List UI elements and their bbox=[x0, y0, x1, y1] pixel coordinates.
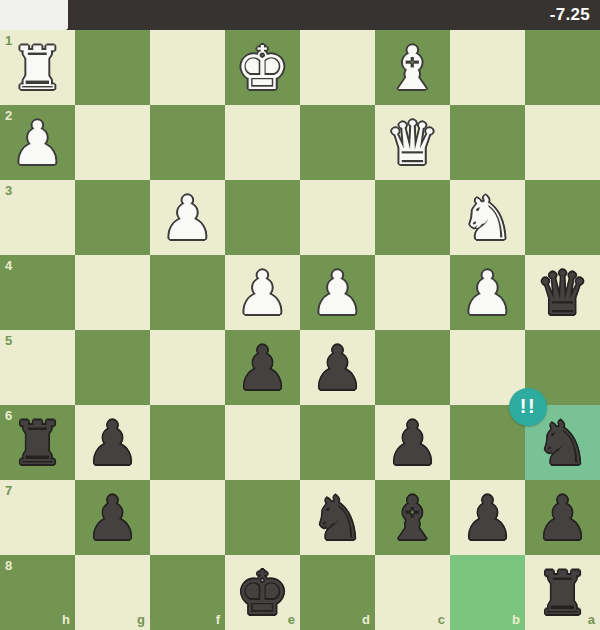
eval-bar: -7.25 bbox=[0, 0, 600, 30]
square-h4[interactable]: 4 bbox=[0, 255, 75, 330]
square-e8[interactable]: e♚ bbox=[225, 555, 300, 630]
white-pawn[interactable]: ♟ bbox=[0, 105, 75, 180]
rank-label-7: 7 bbox=[5, 484, 12, 497]
square-f7[interactable] bbox=[150, 480, 225, 555]
rank-label-4: 4 bbox=[5, 259, 12, 272]
white-bishop[interactable]: ♝ bbox=[375, 30, 450, 105]
black-pawn[interactable]: ♟ bbox=[375, 405, 450, 480]
square-g2[interactable] bbox=[75, 105, 150, 180]
square-h1[interactable]: 1♜ bbox=[0, 30, 75, 105]
rank-label-5: 5 bbox=[5, 334, 12, 347]
square-e7[interactable] bbox=[225, 480, 300, 555]
square-d4[interactable]: ♟ bbox=[300, 255, 375, 330]
square-b7[interactable]: ♟ bbox=[450, 480, 525, 555]
square-f6[interactable] bbox=[150, 405, 225, 480]
black-king[interactable]: ♚ bbox=[225, 555, 300, 630]
eval-bar-white-portion bbox=[0, 0, 68, 30]
white-pawn[interactable]: ♟ bbox=[150, 180, 225, 255]
square-d8[interactable]: d bbox=[300, 555, 375, 630]
square-a8[interactable]: a♜ bbox=[525, 555, 600, 630]
square-f5[interactable] bbox=[150, 330, 225, 405]
square-c5[interactable] bbox=[375, 330, 450, 405]
black-pawn[interactable]: ♟ bbox=[300, 330, 375, 405]
square-c3[interactable] bbox=[375, 180, 450, 255]
black-pawn[interactable]: ♟ bbox=[75, 405, 150, 480]
black-bishop[interactable]: ♝ bbox=[375, 480, 450, 555]
square-h7[interactable]: 7 bbox=[0, 480, 75, 555]
file-label-b: b bbox=[512, 613, 520, 626]
square-g5[interactable] bbox=[75, 330, 150, 405]
square-b8[interactable]: b bbox=[450, 555, 525, 630]
square-f8[interactable]: f bbox=[150, 555, 225, 630]
white-pawn[interactable]: ♟ bbox=[300, 255, 375, 330]
white-knight[interactable]: ♞ bbox=[450, 180, 525, 255]
board: !! 1♜♚♝2♟♛3♟♞4♟♟♟♛5♟♟6♜♟♟♞7♟♞♝♟♟8hgfe♚dc… bbox=[0, 30, 600, 630]
white-rook[interactable]: ♜ bbox=[0, 30, 75, 105]
rank-label-8: 8 bbox=[5, 559, 12, 572]
square-e2[interactable] bbox=[225, 105, 300, 180]
white-pawn[interactable]: ♟ bbox=[450, 255, 525, 330]
square-d6[interactable] bbox=[300, 405, 375, 480]
square-c7[interactable]: ♝ bbox=[375, 480, 450, 555]
square-g3[interactable] bbox=[75, 180, 150, 255]
square-h6[interactable]: 6♜ bbox=[0, 405, 75, 480]
square-h2[interactable]: 2♟ bbox=[0, 105, 75, 180]
square-f1[interactable] bbox=[150, 30, 225, 105]
eval-score: -7.25 bbox=[550, 0, 590, 30]
square-d5[interactable]: ♟ bbox=[300, 330, 375, 405]
black-pawn[interactable]: ♟ bbox=[75, 480, 150, 555]
square-c8[interactable]: c bbox=[375, 555, 450, 630]
square-g1[interactable] bbox=[75, 30, 150, 105]
square-f3[interactable]: ♟ bbox=[150, 180, 225, 255]
square-a2[interactable] bbox=[525, 105, 600, 180]
square-c4[interactable] bbox=[375, 255, 450, 330]
white-pawn[interactable]: ♟ bbox=[225, 255, 300, 330]
square-h8[interactable]: 8h bbox=[0, 555, 75, 630]
black-rook[interactable]: ♜ bbox=[525, 555, 600, 630]
black-pawn[interactable]: ♟ bbox=[450, 480, 525, 555]
white-king[interactable]: ♚ bbox=[225, 30, 300, 105]
black-knight[interactable]: ♞ bbox=[300, 480, 375, 555]
square-a1[interactable] bbox=[525, 30, 600, 105]
square-c6[interactable]: ♟ bbox=[375, 405, 450, 480]
black-queen[interactable]: ♛ bbox=[525, 255, 600, 330]
square-e1[interactable]: ♚ bbox=[225, 30, 300, 105]
square-f2[interactable] bbox=[150, 105, 225, 180]
file-label-g: g bbox=[137, 613, 145, 626]
square-e6[interactable] bbox=[225, 405, 300, 480]
file-label-h: h bbox=[62, 613, 70, 626]
brilliant-badge: !! bbox=[509, 388, 547, 426]
square-f4[interactable] bbox=[150, 255, 225, 330]
square-b1[interactable] bbox=[450, 30, 525, 105]
black-rook[interactable]: ♜ bbox=[0, 405, 75, 480]
file-label-c: c bbox=[438, 613, 445, 626]
square-g6[interactable]: ♟ bbox=[75, 405, 150, 480]
rank-label-3: 3 bbox=[5, 184, 12, 197]
square-d1[interactable] bbox=[300, 30, 375, 105]
square-g7[interactable]: ♟ bbox=[75, 480, 150, 555]
file-label-d: d bbox=[362, 613, 370, 626]
black-pawn[interactable]: ♟ bbox=[525, 480, 600, 555]
white-queen[interactable]: ♛ bbox=[375, 105, 450, 180]
square-e5[interactable]: ♟ bbox=[225, 330, 300, 405]
square-a3[interactable] bbox=[525, 180, 600, 255]
square-c1[interactable]: ♝ bbox=[375, 30, 450, 105]
square-g4[interactable] bbox=[75, 255, 150, 330]
square-e3[interactable] bbox=[225, 180, 300, 255]
square-e4[interactable]: ♟ bbox=[225, 255, 300, 330]
square-a7[interactable]: ♟ bbox=[525, 480, 600, 555]
square-a4[interactable]: ♛ bbox=[525, 255, 600, 330]
file-label-f: f bbox=[216, 613, 220, 626]
square-b2[interactable] bbox=[450, 105, 525, 180]
square-h3[interactable]: 3 bbox=[0, 180, 75, 255]
square-d3[interactable] bbox=[300, 180, 375, 255]
square-b3[interactable]: ♞ bbox=[450, 180, 525, 255]
black-pawn[interactable]: ♟ bbox=[225, 330, 300, 405]
square-d2[interactable] bbox=[300, 105, 375, 180]
square-g8[interactable]: g bbox=[75, 555, 150, 630]
square-d7[interactable]: ♞ bbox=[300, 480, 375, 555]
square-h5[interactable]: 5 bbox=[0, 330, 75, 405]
square-c2[interactable]: ♛ bbox=[375, 105, 450, 180]
square-b4[interactable]: ♟ bbox=[450, 255, 525, 330]
brilliant-badge-label: !! bbox=[520, 396, 536, 416]
